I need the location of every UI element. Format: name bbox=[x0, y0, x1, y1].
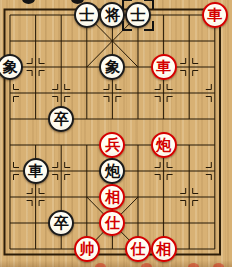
piece-red-chariot[interactable]: 車 bbox=[151, 54, 177, 80]
piece-black-advisor[interactable]: 士 bbox=[74, 2, 100, 28]
xiangqi-board: 士将士車象象車卒兵炮車炮相仕卒帅仕相 bbox=[0, 0, 232, 267]
piece-red-elephant[interactable]: 相 bbox=[151, 236, 177, 262]
piece-red-advisor[interactable]: 仕 bbox=[125, 236, 151, 262]
piece-black-chariot[interactable]: 車 bbox=[23, 158, 49, 184]
piece-black-soldier[interactable]: 卒 bbox=[48, 106, 74, 132]
piece-red-general[interactable]: 帅 bbox=[74, 236, 100, 262]
cutoff-piece-bottom bbox=[95, 263, 106, 267]
piece-black-advisor[interactable]: 士 bbox=[125, 2, 151, 28]
cutoff-piece-bottom bbox=[188, 263, 199, 267]
cutoff-piece-bottom bbox=[141, 263, 152, 267]
piece-red-chariot[interactable]: 車 bbox=[202, 2, 228, 28]
piece-red-cannon[interactable]: 炮 bbox=[151, 132, 177, 158]
piece-black-soldier[interactable]: 卒 bbox=[48, 210, 74, 236]
cutoff-piece-bottom bbox=[213, 263, 224, 267]
